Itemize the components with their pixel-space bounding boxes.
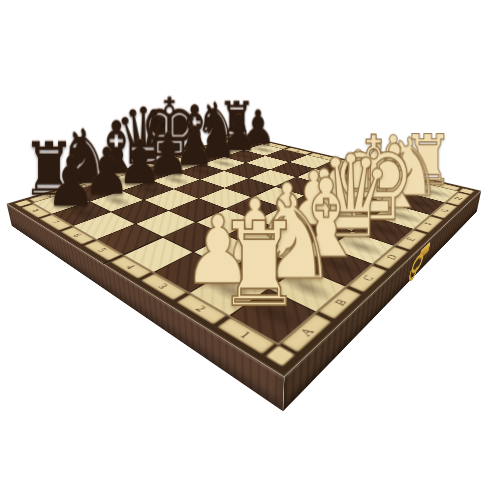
chess-board: ABCDEFGH12345678ABCDEFGH12345678 ♜♞♝♛♚♝♞… — [7, 135, 482, 377]
label-char: H — [225, 140, 233, 142]
label-char: 8 — [252, 140, 259, 142]
piece-anchor: ♟ — [59, 201, 107, 226]
piece-anchor: ♜ — [224, 288, 331, 344]
label-char: E — [162, 159, 170, 162]
piece-white-rook-a1: ♜ — [202, 207, 317, 323]
label-char: F — [185, 152, 193, 154]
label-char: 7 — [272, 145, 279, 147]
clasp-hook — [407, 266, 418, 283]
photo-canvas: ABCDEFGH12345678ABCDEFGH12345678 ♜♞♝♛♚♝♞… — [0, 0, 500, 500]
label-char: G — [206, 146, 214, 148]
piece-black-pawn-a7: ♟ — [33, 148, 109, 216]
